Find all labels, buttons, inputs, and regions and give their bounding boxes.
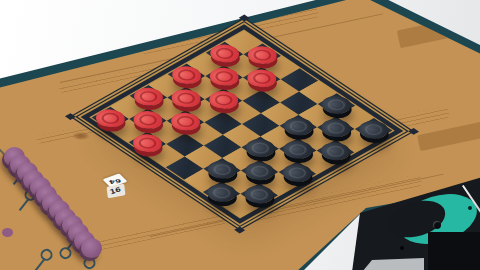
wood-knot [72, 132, 90, 140]
doubling-cube-top-value: 64 [108, 177, 121, 183]
bolt [468, 206, 472, 210]
scene: 64 16 [0, 0, 480, 270]
doubling-cube-front-value: 16 [110, 186, 123, 196]
backgammon-checker-purple[interactable] [81, 238, 102, 258]
doubling-cube[interactable]: 64 16 [103, 171, 139, 205]
bolt [400, 246, 404, 250]
wood-plank [417, 121, 480, 151]
table-leg [428, 232, 480, 270]
latch-knob[interactable] [433, 221, 441, 229]
backgammon-point-ornament [31, 248, 55, 270]
wood-grain [88, 214, 227, 253]
doubling-cube-front-face: 16 [106, 184, 125, 199]
backgammon-print-detail [2, 228, 13, 237]
